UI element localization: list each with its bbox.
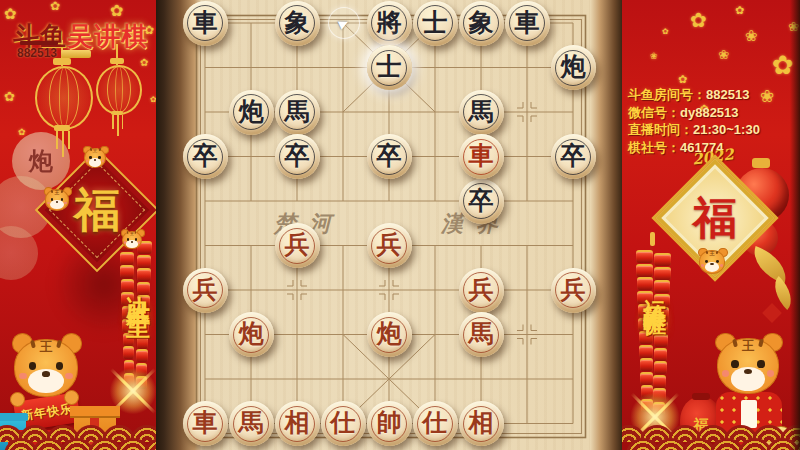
fu-character: 福 xyxy=(693,196,737,240)
right-panel: ✿❀✿❀✿❀✿❀✿❀✿ 斗鱼房间号：882513 微信号：dy882513 直播… xyxy=(622,0,800,450)
firecracker-icon xyxy=(654,361,667,374)
piece-black-cannon[interactable]: 炮 xyxy=(551,45,596,90)
stream-info-list: 斗鱼房间号：882513 微信号：dy882513 直播时间：21:30~1:3… xyxy=(628,86,760,156)
tiger-mascot-icon: 王 xyxy=(717,338,779,394)
plum-blossom-icon: ❀ xyxy=(650,52,658,61)
tiger-forehead-mark: 王 xyxy=(40,339,53,356)
piece-black-elephant[interactable]: 象 xyxy=(275,1,320,46)
robe-tag-icon xyxy=(741,400,757,428)
tiger-forehead-mark: 王 xyxy=(742,338,754,355)
fu-character: 福 xyxy=(74,187,120,233)
tiger-icon: 王 xyxy=(84,148,106,168)
firecracker-icon xyxy=(638,318,653,331)
firecracker-icon xyxy=(122,319,134,332)
tiger-forehead-mark: 王 xyxy=(55,189,60,195)
firecracker-icon xyxy=(654,334,668,347)
tiger-eye-icon xyxy=(29,362,37,369)
tiger-eye-icon xyxy=(127,238,129,240)
firecracker-icon xyxy=(640,358,653,371)
info-room-row: 斗鱼房间号：882513 xyxy=(628,86,760,104)
plum-blossom-icon: ✿ xyxy=(735,5,744,16)
piece-black-advisor[interactable]: 士 xyxy=(367,45,412,90)
left-panel: 炮✿✿✿✿✿✿✿✿ 斗鱼吴讲棋 882513 福 决胜千里 新年快乐 王王王王 xyxy=(0,0,156,450)
piece-black-rook[interactable]: 車 xyxy=(505,1,550,46)
plum-blossom-icon: ❀ xyxy=(745,28,758,43)
tiger-eye-icon xyxy=(56,362,64,369)
piece-black-soldier[interactable]: 卒 xyxy=(367,134,412,179)
firecracker-icon xyxy=(638,304,653,317)
firecracker-icon xyxy=(123,346,134,359)
tiger-eye-icon xyxy=(757,360,764,367)
badge-pill-icon xyxy=(61,50,91,58)
piece-black-soldier[interactable]: 卒 xyxy=(275,134,320,179)
piece-red-elephant[interactable]: 相 xyxy=(275,401,320,446)
firecracker-icon xyxy=(654,267,671,280)
firecracker-icon xyxy=(639,345,653,358)
plum-blossom-icon: ✿ xyxy=(50,0,60,12)
lantern-tassel-icon xyxy=(68,131,70,149)
ornament-bow-icon xyxy=(752,158,770,168)
piece-red-soldier[interactable]: 兵 xyxy=(275,223,320,268)
firecracker-banner-right: 运筹帷幄 xyxy=(640,280,671,300)
tiger-icon: 王 xyxy=(122,231,142,249)
piece-red-rook[interactable]: 車 xyxy=(459,134,504,179)
firecracker-icon xyxy=(654,321,669,334)
tiger-cheek-icon xyxy=(720,264,723,267)
piece-black-soldier[interactable]: 卒 xyxy=(183,134,228,179)
piece-red-soldier[interactable]: 兵 xyxy=(459,268,504,313)
tiger-cheek-icon xyxy=(767,370,774,377)
lantern-icon xyxy=(96,65,142,116)
piece-red-soldier[interactable]: 兵 xyxy=(551,268,596,313)
piece-black-horse[interactable]: 馬 xyxy=(275,90,320,135)
tiger-forehead-mark: 王 xyxy=(93,148,97,153)
tiger-mascot-icon: 王 xyxy=(14,339,78,397)
plum-blossom-icon: ✿ xyxy=(150,96,156,104)
plum-blossom-icon: ✿ xyxy=(110,3,123,19)
piece-red-general[interactable]: 帥 xyxy=(367,401,412,446)
tiger-eye-icon xyxy=(98,156,101,159)
piece-black-horse[interactable]: 馬 xyxy=(459,90,504,135)
piece-red-cannon[interactable]: 炮 xyxy=(367,312,412,357)
tiger-cheek-icon xyxy=(124,241,126,243)
stream-screen: 楚河 漢界 車象將士象車士炮炮馬馬卒卒卒卒卒車兵兵兵兵兵炮炮馬車馬相仕帥仕相 ▶… xyxy=(0,0,800,450)
firecracker-icon xyxy=(636,250,653,263)
tiger-nose-icon xyxy=(42,371,50,376)
firecracker-icon xyxy=(654,307,669,320)
plum-blossom-icon: ✿ xyxy=(662,28,669,36)
piece-red-horse[interactable]: 馬 xyxy=(459,312,504,357)
tiger-paw-icon xyxy=(10,392,25,407)
logo-underline xyxy=(20,41,58,45)
ornament-tail-icon xyxy=(762,303,782,323)
tiger-stripe-icon xyxy=(705,251,708,255)
piece-red-soldier[interactable]: 兵 xyxy=(367,223,412,268)
plum-blossom-icon: ✿ xyxy=(4,90,15,103)
lantern-tassel-icon xyxy=(56,131,58,149)
piece-red-elephant[interactable]: 相 xyxy=(459,401,504,446)
piece-black-rook[interactable]: 車 xyxy=(183,1,228,46)
firecracker-icon xyxy=(137,309,150,322)
tiger-eye-icon xyxy=(731,360,738,367)
plum-blossom-icon: ✿ xyxy=(690,10,707,30)
lantern-tassel-icon xyxy=(117,115,119,135)
firecracker-icon xyxy=(640,372,653,385)
tiger-cheek-icon xyxy=(47,202,50,205)
firecracker-icon xyxy=(639,331,653,344)
firecracker-hanger-icon xyxy=(650,232,655,246)
piece-black-soldier[interactable]: 卒 xyxy=(551,134,596,179)
tiger-eye-icon xyxy=(89,156,92,159)
plum-blossom-icon: ❀ xyxy=(718,48,729,61)
firecracker-icon xyxy=(123,333,135,346)
firecracker-icon xyxy=(654,348,668,361)
gift-box-lid-icon xyxy=(0,413,28,421)
plum-blossom-icon: ✿ xyxy=(18,128,26,137)
info-wechat-row: 微信号：dy882513 xyxy=(628,104,760,122)
plum-blossom-icon: ✿ xyxy=(140,58,148,68)
tiger-eye-icon xyxy=(716,260,719,263)
gift-box-lid-icon xyxy=(70,406,120,418)
lantern-tassel-icon xyxy=(122,115,124,129)
cursor-icon: ▶ xyxy=(328,7,360,39)
room-number: 882513 xyxy=(17,46,91,60)
piece-black-cannon[interactable]: 炮 xyxy=(229,90,274,135)
tiger-paw-icon xyxy=(64,390,79,405)
tiger-icon: 王 xyxy=(45,189,69,211)
tiger-icon: 王 xyxy=(699,250,725,273)
piece-black-advisor[interactable]: 士 xyxy=(413,1,458,46)
plum-blossom-icon: ✿ xyxy=(4,6,17,21)
piece-black-general[interactable]: 將 xyxy=(367,1,412,46)
firecracker-icon xyxy=(120,252,135,265)
screen-edge-shadow xyxy=(790,0,800,450)
firecracker-banner-left: 决胜千里 xyxy=(122,276,154,304)
tiger-nose-icon xyxy=(131,241,133,243)
piece-red-horse[interactable]: 馬 xyxy=(229,401,274,446)
plum-blossom-icon: ❀ xyxy=(760,88,774,105)
lantern-tassel-icon xyxy=(112,115,114,129)
info-schedule-row: 直播时间：21:30~1:30 xyxy=(628,121,760,139)
tiger-forehead-mark: 王 xyxy=(130,231,134,236)
lantern-icon xyxy=(35,66,93,130)
lantern-cap-icon xyxy=(110,58,124,63)
tiger-cheek-icon xyxy=(102,160,105,162)
piece-black-soldier[interactable]: 卒 xyxy=(459,179,504,224)
tiger-eye-icon xyxy=(51,198,54,201)
firecracker-icon xyxy=(137,336,149,349)
firecracker-icon xyxy=(137,255,152,268)
piece-red-advisor[interactable]: 仕 xyxy=(321,401,366,446)
plum-blossom-icon: ✿ xyxy=(678,74,687,85)
firecracker-icon xyxy=(137,322,149,335)
tiger-eye-icon xyxy=(705,260,708,263)
piece-red-advisor[interactable]: 仕 xyxy=(413,401,458,446)
tiger-forehead-mark: 王 xyxy=(709,250,714,257)
firecracker-icon xyxy=(636,264,653,277)
lantern-tassel-icon xyxy=(62,131,64,157)
firecracker-icon xyxy=(122,306,135,319)
firecracker-icon xyxy=(654,253,671,266)
piece-red-rook[interactable]: 車 xyxy=(183,401,228,446)
tiger-cheek-icon xyxy=(701,264,704,267)
piece-red-soldier[interactable]: 兵 xyxy=(183,268,228,313)
piece-black-elephant[interactable]: 象 xyxy=(459,1,504,46)
piece-red-cannon[interactable]: 炮 xyxy=(229,312,274,357)
